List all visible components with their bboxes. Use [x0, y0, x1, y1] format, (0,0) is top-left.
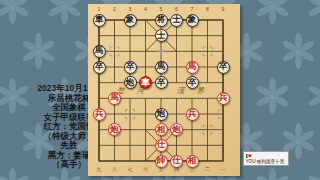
file-label-bottom: 三	[187, 166, 197, 172]
file-label-top: 6	[172, 6, 182, 12]
video-frame: 2023年10月15日乐昌桃花杯全国象棋女子甲级联赛红方：党国蕾（特级大师）先胜…	[0, 0, 320, 180]
xiangqi-piece-black[interactable]: 卒	[155, 76, 168, 89]
xiangqi-piece-black[interactable]: 士	[155, 29, 168, 42]
file-label-bottom: 七	[125, 166, 135, 172]
xiangqi-piece-black[interactable]: 馬	[93, 45, 106, 58]
file-label-bottom: 五	[156, 166, 166, 172]
xiangqi-piece-black[interactable]: 馬	[155, 61, 168, 74]
file-label-bottom: 六	[141, 166, 151, 172]
xiangqi-piece-black[interactable]: 卒	[124, 61, 137, 74]
flower-center	[296, 139, 301, 144]
file-label-top: 5	[156, 6, 166, 12]
flower-center	[36, 49, 41, 54]
flower-petal	[269, 168, 276, 180]
xiangqi-piece-red[interactable]: 馬	[186, 61, 199, 74]
file-label-top: 9	[218, 6, 228, 12]
flower-petal	[61, 168, 68, 180]
flower-center	[270, 4, 275, 9]
xiangqi-piece-red[interactable]: 相	[155, 123, 168, 136]
xiangqi-piece-black[interactable]: 車	[93, 14, 106, 27]
xiangqi-piece-black[interactable]: 卒	[217, 61, 230, 74]
file-label-bottom: 二	[203, 166, 213, 172]
xiangqi-piece-red[interactable]: 馬	[108, 92, 121, 105]
flower-petal	[307, 84, 320, 98]
file-label-bottom: 四	[172, 166, 182, 172]
file-label-top: 8	[203, 6, 213, 12]
xiangqi-piece-red[interactable]: 仕	[155, 139, 168, 152]
flower-center	[62, 4, 67, 9]
xiangqi-piece-black[interactable]: 士	[170, 14, 183, 27]
xiangqi-piece-black[interactable]: 卒	[93, 61, 106, 74]
xiangqi-piece-red[interactable]: 兵	[186, 108, 199, 121]
file-label-bottom: 八	[110, 166, 120, 172]
flower-center	[244, 139, 249, 144]
xiangqi-piece-red[interactable]: 兵	[217, 92, 230, 105]
flower-center	[10, 4, 15, 9]
xiangqi-piece-black[interactable]: 象	[186, 14, 199, 27]
file-label-top: 3	[125, 6, 135, 12]
file-label-bottom: 九	[94, 166, 104, 172]
flower-center	[270, 94, 275, 99]
flower-petal	[9, 168, 16, 180]
file-label-top: 4	[141, 6, 151, 12]
file-label-top: 7	[187, 6, 197, 12]
watermark-line2: YOU 哈利路亚十亮	[246, 159, 287, 165]
xiangqi-piece-black[interactable]: 炮	[124, 76, 137, 89]
flower-center	[244, 49, 249, 54]
file-label-top: 2	[110, 6, 120, 12]
watermark-badge: I♥ YOU 哈利路亚十亮	[243, 151, 289, 166]
xiangqi-piece-black[interactable]: 象	[124, 14, 137, 27]
xiangqi-piece-red[interactable]: 兵	[93, 108, 106, 121]
file-label-bottom: 一	[218, 166, 228, 172]
file-label-top: 1	[94, 6, 104, 12]
xiangqi-piece-black[interactable]: 炮	[155, 108, 168, 121]
xiangqi-board[interactable]: 楚 河 漢 界 車象将士象士馬卒卒馬馬卒炮車卒卒馬兵兵炮兵炮相炮仕帥仕相 123…	[88, 4, 240, 176]
flower-petal	[307, 174, 320, 180]
xiangqi-piece-black[interactable]: 将	[155, 14, 168, 27]
flower-center	[296, 49, 301, 54]
xiangqi-piece-black[interactable]: 卒	[186, 76, 199, 89]
heart-icon: ♥	[248, 152, 252, 159]
